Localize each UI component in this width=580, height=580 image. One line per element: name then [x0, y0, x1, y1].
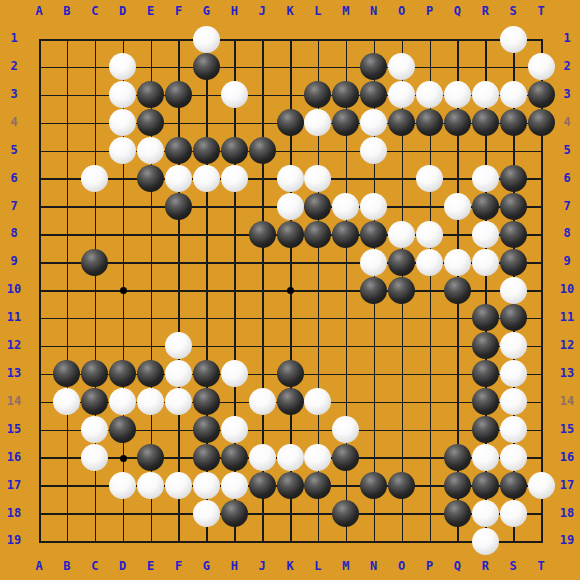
stone-white-f12[interactable]	[165, 332, 192, 359]
stone-black-m4[interactable]	[332, 109, 359, 136]
stone-black-e16[interactable]	[137, 444, 164, 471]
stone-black-q17[interactable]	[444, 472, 471, 499]
stone-black-h16[interactable]	[221, 444, 248, 471]
stone-black-f3[interactable]	[165, 81, 192, 108]
stone-white-q7[interactable]	[444, 193, 471, 220]
stone-white-h13[interactable]	[221, 360, 248, 387]
stone-black-r12[interactable]	[472, 332, 499, 359]
stone-black-g14[interactable]	[193, 388, 220, 415]
stone-black-l7[interactable]	[304, 193, 331, 220]
stone-black-r17[interactable]	[472, 472, 499, 499]
stone-white-m15[interactable]	[332, 416, 359, 443]
stone-white-f6[interactable]	[165, 165, 192, 192]
stone-white-g18[interactable]	[193, 500, 220, 527]
stone-black-m18[interactable]	[332, 500, 359, 527]
stone-black-c13[interactable]	[81, 360, 108, 387]
stone-white-h3[interactable]	[221, 81, 248, 108]
stone-black-q4[interactable]	[444, 109, 471, 136]
stone-black-c9[interactable]	[81, 249, 108, 276]
stone-white-p3[interactable]	[416, 81, 443, 108]
stone-white-p9[interactable]	[416, 249, 443, 276]
stone-black-r7[interactable]	[472, 193, 499, 220]
stone-black-t4[interactable]	[528, 109, 555, 136]
stone-white-k16[interactable]	[277, 444, 304, 471]
stone-white-r9[interactable]	[472, 249, 499, 276]
stone-white-s18[interactable]	[500, 500, 527, 527]
stone-black-k4[interactable]	[277, 109, 304, 136]
stone-white-h15[interactable]	[221, 416, 248, 443]
stone-black-f5[interactable]	[165, 137, 192, 164]
stone-white-g6[interactable]	[193, 165, 220, 192]
stone-black-q18[interactable]	[444, 500, 471, 527]
stone-white-r18[interactable]	[472, 500, 499, 527]
stone-black-o17[interactable]	[388, 472, 415, 499]
stone-white-d14[interactable]	[109, 388, 136, 415]
stone-white-n7[interactable]	[360, 193, 387, 220]
stone-white-g1[interactable]	[193, 26, 220, 53]
stone-white-s13[interactable]	[500, 360, 527, 387]
stone-white-j14[interactable]	[249, 388, 276, 415]
stone-black-o4[interactable]	[388, 109, 415, 136]
stone-black-e13[interactable]	[137, 360, 164, 387]
stone-black-t3[interactable]	[528, 81, 555, 108]
stone-white-h17[interactable]	[221, 472, 248, 499]
stone-white-o8[interactable]	[388, 221, 415, 248]
stone-white-d17[interactable]	[109, 472, 136, 499]
stone-white-e5[interactable]	[137, 137, 164, 164]
stone-white-f17[interactable]	[165, 472, 192, 499]
stone-black-n10[interactable]	[360, 277, 387, 304]
stone-black-g16[interactable]	[193, 444, 220, 471]
stone-black-g13[interactable]	[193, 360, 220, 387]
stone-black-e4[interactable]	[137, 109, 164, 136]
stone-white-l14[interactable]	[304, 388, 331, 415]
stone-black-n3[interactable]	[360, 81, 387, 108]
stone-white-f14[interactable]	[165, 388, 192, 415]
stone-white-o3[interactable]	[388, 81, 415, 108]
stone-white-t2[interactable]	[528, 53, 555, 80]
stone-white-g17[interactable]	[193, 472, 220, 499]
stone-white-r16[interactable]	[472, 444, 499, 471]
stone-black-j5[interactable]	[249, 137, 276, 164]
stone-white-l16[interactable]	[304, 444, 331, 471]
stone-black-r13[interactable]	[472, 360, 499, 387]
stone-black-l8[interactable]	[304, 221, 331, 248]
stone-white-t17[interactable]	[528, 472, 555, 499]
stone-black-l3[interactable]	[304, 81, 331, 108]
stone-white-d5[interactable]	[109, 137, 136, 164]
goban[interactable]	[25, 25, 555, 555]
stone-white-n5[interactable]	[360, 137, 387, 164]
stone-white-r8[interactable]	[472, 221, 499, 248]
stone-white-r6[interactable]	[472, 165, 499, 192]
stone-white-s12[interactable]	[500, 332, 527, 359]
stone-black-n8[interactable]	[360, 221, 387, 248]
stone-white-m7[interactable]	[332, 193, 359, 220]
stone-white-k7[interactable]	[277, 193, 304, 220]
stone-black-s4[interactable]	[500, 109, 527, 136]
stone-white-s14[interactable]	[500, 388, 527, 415]
stone-black-g15[interactable]	[193, 416, 220, 443]
stone-white-l6[interactable]	[304, 165, 331, 192]
stone-white-b14[interactable]	[53, 388, 80, 415]
stone-black-r11[interactable]	[472, 304, 499, 331]
stone-white-l4[interactable]	[304, 109, 331, 136]
stone-black-m16[interactable]	[332, 444, 359, 471]
stone-white-c6[interactable]	[81, 165, 108, 192]
stone-black-m8[interactable]	[332, 221, 359, 248]
stone-white-r3[interactable]	[472, 81, 499, 108]
stone-black-k17[interactable]	[277, 472, 304, 499]
stone-black-h5[interactable]	[221, 137, 248, 164]
stone-white-c15[interactable]	[81, 416, 108, 443]
stone-white-r19[interactable]	[472, 528, 499, 555]
go-board-screen: ABCDEFGHJKLMNOPQRST ABCDEFGHJKLMNOPQRST …	[0, 0, 580, 580]
stone-black-r4[interactable]	[472, 109, 499, 136]
stone-black-r15[interactable]	[472, 416, 499, 443]
stone-white-f13[interactable]	[165, 360, 192, 387]
stone-white-d2[interactable]	[109, 53, 136, 80]
stone-black-e6[interactable]	[137, 165, 164, 192]
stone-white-s1[interactable]	[500, 26, 527, 53]
stone-white-d3[interactable]	[109, 81, 136, 108]
stone-white-n9[interactable]	[360, 249, 387, 276]
stone-white-s10[interactable]	[500, 277, 527, 304]
stone-white-s16[interactable]	[500, 444, 527, 471]
stone-black-g2[interactable]	[193, 53, 220, 80]
stone-black-s8[interactable]	[500, 221, 527, 248]
stone-white-q3[interactable]	[444, 81, 471, 108]
stone-white-s3[interactable]	[500, 81, 527, 108]
stone-black-k14[interactable]	[277, 388, 304, 415]
stone-black-p4[interactable]	[416, 109, 443, 136]
stone-white-q9[interactable]	[444, 249, 471, 276]
stone-black-o9[interactable]	[388, 249, 415, 276]
stone-black-h18[interactable]	[221, 500, 248, 527]
stone-black-j8[interactable]	[249, 221, 276, 248]
stone-white-p8[interactable]	[416, 221, 443, 248]
stone-black-d15[interactable]	[109, 416, 136, 443]
stone-black-j17[interactable]	[249, 472, 276, 499]
stone-black-g5[interactable]	[193, 137, 220, 164]
stone-white-n4[interactable]	[360, 109, 387, 136]
stone-black-s6[interactable]	[500, 165, 527, 192]
stone-black-c14[interactable]	[81, 388, 108, 415]
stone-black-q16[interactable]	[444, 444, 471, 471]
stone-white-d4[interactable]	[109, 109, 136, 136]
stone-white-p6[interactable]	[416, 165, 443, 192]
stone-white-k6[interactable]	[277, 165, 304, 192]
stone-black-f7[interactable]	[165, 193, 192, 220]
stone-black-b13[interactable]	[53, 360, 80, 387]
stone-black-k8[interactable]	[277, 221, 304, 248]
stone-black-n2[interactable]	[360, 53, 387, 80]
stone-white-e17[interactable]	[137, 472, 164, 499]
stone-black-q10[interactable]	[444, 277, 471, 304]
stone-white-e14[interactable]	[137, 388, 164, 415]
stone-black-m3[interactable]	[332, 81, 359, 108]
stone-black-s17[interactable]	[500, 472, 527, 499]
stone-black-n17[interactable]	[360, 472, 387, 499]
stone-black-s7[interactable]	[500, 193, 527, 220]
stone-black-s9[interactable]	[500, 249, 527, 276]
stone-black-e3[interactable]	[137, 81, 164, 108]
stone-black-s11[interactable]	[500, 304, 527, 331]
stone-black-k13[interactable]	[277, 360, 304, 387]
stone-white-c16[interactable]	[81, 444, 108, 471]
stone-white-s15[interactable]	[500, 416, 527, 443]
stone-white-j16[interactable]	[249, 444, 276, 471]
stone-black-o10[interactable]	[388, 277, 415, 304]
stone-black-r14[interactable]	[472, 388, 499, 415]
stone-white-o2[interactable]	[388, 53, 415, 80]
stone-black-d13[interactable]	[109, 360, 136, 387]
stone-black-l17[interactable]	[304, 472, 331, 499]
stone-white-h6[interactable]	[221, 165, 248, 192]
